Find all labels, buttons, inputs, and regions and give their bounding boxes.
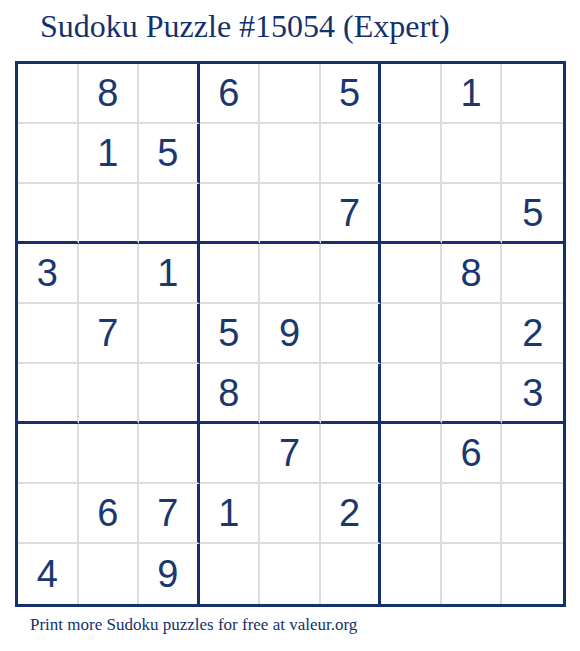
cell-r2c3: 5 bbox=[139, 124, 200, 184]
cell-r3c5 bbox=[260, 184, 321, 244]
cell-r3c2 bbox=[79, 184, 140, 244]
cell-r1c1 bbox=[18, 64, 79, 124]
cell-r2c5 bbox=[260, 124, 321, 184]
cell-r9c1: 4 bbox=[18, 544, 79, 604]
cell-r9c5 bbox=[260, 544, 321, 604]
cell-r5c3 bbox=[139, 304, 200, 364]
cell-r4c5 bbox=[260, 244, 321, 304]
cell-r5c7 bbox=[381, 304, 442, 364]
cell-r4c2 bbox=[79, 244, 140, 304]
cell-r6c7 bbox=[381, 364, 442, 424]
cell-r5c9: 2 bbox=[502, 304, 563, 364]
cell-r2c4 bbox=[200, 124, 261, 184]
cell-r7c6 bbox=[321, 424, 382, 484]
cell-r4c4 bbox=[200, 244, 261, 304]
cell-r9c9 bbox=[502, 544, 563, 604]
cell-r1c8: 1 bbox=[442, 64, 503, 124]
cell-r6c1 bbox=[18, 364, 79, 424]
cell-r3c7 bbox=[381, 184, 442, 244]
cell-r4c9 bbox=[502, 244, 563, 304]
cell-r1c6: 5 bbox=[321, 64, 382, 124]
cell-r8c8 bbox=[442, 484, 503, 544]
footer-text: Print more Sudoku puzzles for free at va… bbox=[30, 615, 357, 635]
sudoku-board: 8651157531875928376671249 bbox=[15, 61, 566, 607]
cell-r6c5 bbox=[260, 364, 321, 424]
cell-r3c8 bbox=[442, 184, 503, 244]
cell-r8c1 bbox=[18, 484, 79, 544]
cell-r7c4 bbox=[200, 424, 261, 484]
cell-r1c9 bbox=[502, 64, 563, 124]
cell-r1c5 bbox=[260, 64, 321, 124]
page-title: Sudoku Puzzle #15054 (Expert) bbox=[40, 8, 450, 45]
cell-r5c8 bbox=[442, 304, 503, 364]
cell-r8c6: 2 bbox=[321, 484, 382, 544]
cell-r1c2: 8 bbox=[79, 64, 140, 124]
cell-r5c4: 5 bbox=[200, 304, 261, 364]
page: Sudoku Puzzle #15054 (Expert) 8651157531… bbox=[0, 0, 580, 651]
cell-r2c7 bbox=[381, 124, 442, 184]
cell-r4c7 bbox=[381, 244, 442, 304]
cell-r3c6: 7 bbox=[321, 184, 382, 244]
cell-r8c9 bbox=[502, 484, 563, 544]
cell-r7c1 bbox=[18, 424, 79, 484]
cell-r3c4 bbox=[200, 184, 261, 244]
cell-r6c3 bbox=[139, 364, 200, 424]
cell-r4c3: 1 bbox=[139, 244, 200, 304]
cell-r4c8: 8 bbox=[442, 244, 503, 304]
cell-r9c4 bbox=[200, 544, 261, 604]
cell-r4c1: 3 bbox=[18, 244, 79, 304]
cell-r1c3 bbox=[139, 64, 200, 124]
cell-r2c2: 1 bbox=[79, 124, 140, 184]
cell-r5c6 bbox=[321, 304, 382, 364]
cell-r6c6 bbox=[321, 364, 382, 424]
cell-r9c3: 9 bbox=[139, 544, 200, 604]
cell-r7c5: 7 bbox=[260, 424, 321, 484]
cell-r2c1 bbox=[18, 124, 79, 184]
cell-r4c6 bbox=[321, 244, 382, 304]
cell-r7c8: 6 bbox=[442, 424, 503, 484]
cell-r7c9 bbox=[502, 424, 563, 484]
cell-r9c7 bbox=[381, 544, 442, 604]
cell-r7c3 bbox=[139, 424, 200, 484]
cell-r3c3 bbox=[139, 184, 200, 244]
cell-r9c8 bbox=[442, 544, 503, 604]
cell-r8c5 bbox=[260, 484, 321, 544]
cell-r8c7 bbox=[381, 484, 442, 544]
cell-r1c7 bbox=[381, 64, 442, 124]
cell-r8c2: 6 bbox=[79, 484, 140, 544]
cell-r9c6 bbox=[321, 544, 382, 604]
cell-r6c8 bbox=[442, 364, 503, 424]
cell-r7c7 bbox=[381, 424, 442, 484]
cell-r8c4: 1 bbox=[200, 484, 261, 544]
cell-r3c9: 5 bbox=[502, 184, 563, 244]
cell-r2c9 bbox=[502, 124, 563, 184]
cell-r6c2 bbox=[79, 364, 140, 424]
cell-r2c8 bbox=[442, 124, 503, 184]
cell-r2c6 bbox=[321, 124, 382, 184]
cell-r5c5: 9 bbox=[260, 304, 321, 364]
cell-r8c3: 7 bbox=[139, 484, 200, 544]
cell-r3c1 bbox=[18, 184, 79, 244]
cell-r6c4: 8 bbox=[200, 364, 261, 424]
cell-r7c2 bbox=[79, 424, 140, 484]
cell-r5c1 bbox=[18, 304, 79, 364]
cell-r9c2 bbox=[79, 544, 140, 604]
cell-r5c2: 7 bbox=[79, 304, 140, 364]
cell-r6c9: 3 bbox=[502, 364, 563, 424]
cell-r1c4: 6 bbox=[200, 64, 261, 124]
